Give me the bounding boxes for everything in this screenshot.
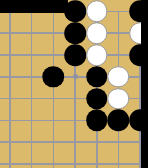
- black-stone[interactable]: [64, 23, 86, 45]
- app-window: [0, 0, 147, 168]
- intersection[interactable]: [43, 88, 65, 110]
- black-stone[interactable]: [86, 110, 108, 132]
- intersection[interactable]: [43, 22, 65, 44]
- intersection[interactable]: [21, 44, 43, 66]
- intersection[interactable]: [86, 153, 108, 168]
- intersection[interactable]: [64, 66, 86, 88]
- intersection[interactable]: [43, 131, 65, 153]
- intersection[interactable]: [86, 110, 108, 132]
- intersection[interactable]: [108, 131, 130, 153]
- black-stone[interactable]: [108, 110, 130, 132]
- intersection[interactable]: [108, 66, 130, 88]
- intersection[interactable]: [43, 66, 65, 88]
- intersection[interactable]: [64, 131, 86, 153]
- intersection[interactable]: [21, 131, 43, 153]
- intersection[interactable]: [64, 44, 86, 66]
- board-grid: [0, 1, 147, 168]
- intersection[interactable]: [86, 66, 108, 88]
- intersection[interactable]: [108, 88, 130, 110]
- intersection[interactable]: [108, 22, 130, 44]
- intersection[interactable]: [108, 110, 130, 132]
- intersection[interactable]: [21, 66, 43, 88]
- intersection[interactable]: [86, 44, 108, 66]
- intersection[interactable]: [21, 110, 43, 132]
- intersection[interactable]: [0, 66, 21, 88]
- intersection[interactable]: [21, 153, 43, 168]
- white-stone[interactable]: [108, 66, 130, 88]
- intersection[interactable]: [0, 153, 21, 168]
- intersection[interactable]: [64, 110, 86, 132]
- white-stone[interactable]: [86, 23, 108, 45]
- intersection[interactable]: [86, 88, 108, 110]
- intersection[interactable]: [86, 1, 108, 23]
- intersection[interactable]: [43, 153, 65, 168]
- intersection[interactable]: [21, 88, 43, 110]
- intersection[interactable]: [0, 44, 21, 66]
- black-stone[interactable]: [86, 66, 108, 88]
- star-point: [73, 74, 78, 79]
- intersection[interactable]: [0, 88, 21, 110]
- intersection[interactable]: [43, 110, 65, 132]
- intersection[interactable]: [0, 110, 21, 132]
- right-background-edge: [141, 0, 148, 168]
- intersection[interactable]: [0, 131, 21, 153]
- intersection[interactable]: [21, 22, 43, 44]
- top-left-overlay: [0, 0, 68, 13]
- white-stone[interactable]: [108, 88, 130, 110]
- intersection[interactable]: [43, 44, 65, 66]
- intersection[interactable]: [86, 131, 108, 153]
- black-stone[interactable]: [64, 44, 86, 66]
- black-stone[interactable]: [86, 88, 108, 110]
- intersection[interactable]: [108, 1, 130, 23]
- intersection[interactable]: [108, 153, 130, 168]
- go-board[interactable]: [0, 0, 147, 168]
- intersection[interactable]: [64, 153, 86, 168]
- black-stone[interactable]: [43, 66, 65, 88]
- white-stone[interactable]: [86, 44, 108, 66]
- intersection[interactable]: [64, 88, 86, 110]
- white-stone[interactable]: [86, 1, 108, 23]
- intersection[interactable]: [0, 22, 21, 44]
- intersection[interactable]: [108, 44, 130, 66]
- intersection[interactable]: [64, 22, 86, 44]
- intersection[interactable]: [86, 22, 108, 44]
